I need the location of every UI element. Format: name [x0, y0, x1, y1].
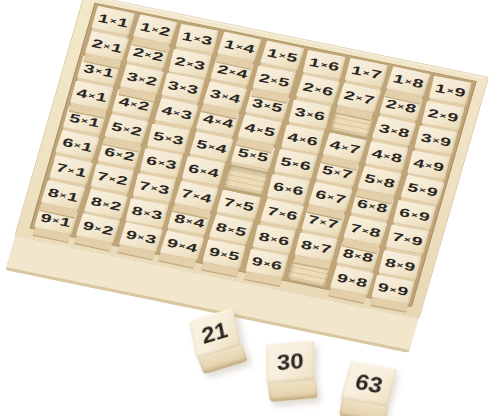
cube-2x7[interactable]: 2×7 — [337, 82, 381, 112]
factor-right: 3 — [180, 108, 194, 122]
cube-3x8[interactable]: 3×8 — [372, 116, 416, 146]
factor-right: 9 — [432, 160, 445, 174]
cube-8x6[interactable]: 8×6 — [252, 224, 295, 253]
cube-7x9[interactable]: 7×9 — [386, 224, 429, 253]
factor-right: 8 — [389, 151, 403, 165]
factor-right: 7 — [369, 68, 383, 82]
cube-4x4[interactable]: 4×4 — [196, 106, 240, 136]
cube-2x1[interactable]: 2×1 — [85, 31, 129, 61]
factor-right: 9 — [417, 210, 430, 224]
cube-3x9[interactable]: 3×9 — [414, 126, 457, 155]
cube-6x3[interactable]: 6×3 — [140, 148, 183, 177]
factor-right: 4 — [185, 241, 199, 255]
factor-right: 4 — [221, 117, 235, 131]
cube-4x3[interactable]: 4×3 — [155, 98, 199, 128]
factor-right: 9 — [425, 185, 439, 199]
factor-right: 3 — [150, 208, 163, 222]
factor-right: 2 — [109, 199, 123, 213]
cube-6x4[interactable]: 6×4 — [182, 156, 225, 186]
multiply-sign: × — [396, 261, 404, 269]
cube-3x2[interactable]: 3×2 — [120, 64, 164, 94]
loose-cube-63[interactable]: 63 — [339, 358, 396, 416]
cube-9x2[interactable]: 9×2 — [76, 213, 120, 243]
cube-4x1[interactable]: 4×1 — [70, 81, 113, 110]
multiply-sign: × — [311, 243, 320, 251]
cube-5x6[interactable]: 5×6 — [274, 149, 317, 179]
cube-3x4[interactable]: 3×4 — [203, 81, 247, 111]
cube-top-face: 30 — [266, 340, 314, 384]
cube-3x6[interactable]: 3×6 — [288, 100, 331, 129]
factor-right: 9 — [453, 86, 466, 100]
cube-1x9[interactable]: 1×9 — [429, 76, 472, 105]
multiply-sign: × — [277, 210, 286, 218]
multiply-sign: × — [410, 211, 418, 219]
factor-right: 3 — [172, 133, 185, 147]
scene: 1×11×21×31×41×51×61×71×81×92×12×22×32×42… — [0, 0, 500, 416]
cube-3x5[interactable]: 3×5 — [246, 90, 290, 120]
cube-answer-label: 21 — [199, 317, 230, 350]
cube-1x7[interactable]: 1×7 — [344, 58, 387, 87]
cube-2x6[interactable]: 2×6 — [296, 74, 340, 104]
factor-right: 3 — [157, 183, 170, 197]
loose-cube-30[interactable]: 30 — [264, 338, 317, 402]
factor-right: 5 — [227, 250, 241, 264]
cube-9x8[interactable]: 9×8 — [330, 266, 374, 296]
factor-right: 4 — [235, 67, 249, 81]
factor-right: 2 — [145, 75, 159, 89]
factor-right: 6 — [269, 259, 282, 273]
factor-right: 5 — [256, 150, 270, 164]
cube-9x3[interactable]: 9×3 — [119, 222, 163, 252]
cube-1x5[interactable]: 1×5 — [261, 41, 305, 71]
cube-4x8[interactable]: 4×8 — [365, 141, 408, 170]
factor-right: 1 — [102, 66, 116, 80]
cube-7x6[interactable]: 7×6 — [260, 199, 304, 229]
cube-5x3[interactable]: 5×3 — [147, 123, 190, 152]
multiply-sign: × — [319, 61, 327, 69]
cube-6x8[interactable]: 6×8 — [350, 191, 394, 221]
factor-right: 5 — [241, 200, 255, 214]
cube-2x9[interactable]: 2×9 — [422, 101, 465, 130]
cube-9x6[interactable]: 9×6 — [245, 249, 288, 278]
factor-right: 6 — [305, 134, 318, 148]
factor-right: 9 — [403, 260, 416, 274]
multiply-sign: × — [305, 111, 313, 119]
cube-4x6[interactable]: 4×6 — [281, 125, 324, 154]
cube-1x1[interactable]: 1×1 — [91, 6, 135, 36]
factor-right: 1 — [59, 215, 73, 229]
cube-1x4[interactable]: 1×4 — [217, 32, 261, 62]
cube-7x1[interactable]: 7×1 — [49, 155, 93, 185]
multiply-sign: × — [446, 87, 454, 95]
cube-4x5[interactable]: 4×5 — [238, 115, 282, 145]
factor-right: 3 — [186, 83, 200, 97]
empty-slot-6x5[interactable] — [224, 165, 268, 195]
cube-5x8[interactable]: 5×8 — [357, 166, 401, 196]
multiplication-board: 1×11×21×31×41×51×61×71×81×92×12×22×32×42… — [14, 0, 488, 319]
cube-8x7[interactable]: 8×7 — [294, 232, 337, 262]
cube-1x2[interactable]: 1×2 — [133, 14, 177, 44]
cube-4x7[interactable]: 4×7 — [322, 132, 366, 162]
factor-right: 1 — [66, 190, 80, 204]
factor-right: 7 — [319, 242, 333, 256]
factor-right: 4 — [207, 166, 221, 180]
factor-right: 8 — [375, 201, 389, 215]
factor-right: 6 — [291, 184, 304, 198]
cube-front-face — [268, 380, 318, 402]
cube-6x2[interactable]: 6×2 — [98, 139, 142, 169]
factor-right: 1 — [80, 140, 94, 154]
factor-right: 2 — [122, 149, 136, 163]
cube-9x1[interactable]: 9×1 — [34, 205, 78, 235]
factor-right: 8 — [361, 251, 375, 265]
factor-right: 2 — [129, 124, 143, 138]
factor-right: 1 — [87, 115, 101, 129]
factor-right: 6 — [298, 159, 312, 173]
factor-right: 4 — [214, 142, 228, 156]
multiply-sign: × — [439, 112, 447, 120]
factor-right: 1 — [74, 166, 88, 180]
cube-7x7[interactable]: 7×7 — [301, 207, 345, 237]
cube-3x1[interactable]: 3×1 — [77, 56, 121, 86]
multiply-sign: × — [262, 260, 270, 268]
cube-7x2[interactable]: 7×2 — [91, 164, 134, 193]
factor-right: 5 — [270, 100, 284, 114]
cube-5x2[interactable]: 5×2 — [105, 114, 149, 144]
multiply-sign: × — [284, 185, 292, 193]
factor-right: 9 — [410, 234, 424, 248]
factor-right: 5 — [263, 125, 277, 139]
multiply-sign: × — [291, 160, 300, 168]
factor-right: 5 — [277, 75, 291, 89]
cube-9x5[interactable]: 9×5 — [203, 240, 246, 270]
factor-right: 5 — [234, 225, 248, 239]
cube-9x4[interactable]: 9×4 — [160, 231, 204, 261]
factor-right: 3 — [193, 59, 206, 73]
factor-right: 7 — [340, 167, 354, 181]
factor-right: 5 — [285, 51, 299, 65]
factor-right: 9 — [439, 135, 452, 149]
cube-7x4[interactable]: 7×4 — [175, 181, 219, 211]
factor-right: 4 — [192, 216, 206, 230]
multiply-sign: × — [313, 85, 322, 93]
multiply-sign: × — [431, 137, 439, 145]
multiply-sign: × — [382, 152, 391, 160]
multiply-sign: × — [298, 136, 306, 144]
cube-answer-label: 30 — [277, 348, 304, 376]
factor-right: 8 — [404, 101, 418, 115]
factor-right: 9 — [396, 285, 409, 299]
cube-answer-label: 63 — [352, 369, 385, 399]
factor-right: 1 — [116, 16, 130, 30]
cube-8x9[interactable]: 8×9 — [379, 250, 422, 279]
factor-right: 6 — [327, 60, 340, 74]
factor-right: 3 — [164, 158, 177, 172]
factor-right: 2 — [115, 174, 129, 188]
cube-9x9[interactable]: 9×9 — [371, 275, 414, 304]
cube-2x5[interactable]: 2×5 — [253, 65, 296, 95]
empty-slot-9x7[interactable] — [287, 257, 331, 287]
board-grid: 1×11×21×31×41×51×61×71×81×92×12×22×32×42… — [30, 3, 477, 307]
cube-1x3[interactable]: 1×3 — [176, 24, 219, 53]
factor-right: 2 — [158, 25, 172, 39]
cube-3x3[interactable]: 3×3 — [162, 73, 205, 103]
multiply-sign: × — [269, 235, 277, 243]
factor-right: 4 — [228, 92, 242, 106]
cube-7x3[interactable]: 7×3 — [133, 173, 176, 202]
factor-right: 3 — [200, 34, 213, 48]
factor-right: 3 — [144, 233, 158, 247]
cube-1x8[interactable]: 1×8 — [386, 66, 430, 96]
factor-right: 1 — [95, 91, 109, 105]
cube-4x2[interactable]: 4×2 — [112, 89, 156, 119]
factor-right: 2 — [151, 49, 165, 63]
multiply-sign: × — [424, 162, 432, 170]
factor-right: 7 — [326, 217, 340, 231]
factor-right: 4 — [242, 42, 256, 56]
factor-right: 1 — [110, 41, 124, 55]
cube-7x8[interactable]: 7×8 — [343, 216, 387, 246]
factor-right: 2 — [101, 224, 115, 238]
factor-right: 6 — [277, 234, 290, 248]
loose-cube-21[interactable]: 21 — [187, 307, 248, 375]
factor-right: 2 — [137, 99, 151, 113]
factor-right: 6 — [312, 109, 325, 123]
factor-right: 9 — [446, 110, 459, 124]
factor-right: 4 — [199, 191, 213, 205]
cube-7x5[interactable]: 7×5 — [217, 190, 261, 220]
multiply-sign: × — [388, 286, 396, 294]
cube-6x7[interactable]: 6×7 — [308, 182, 352, 212]
cube-8x1[interactable]: 8×1 — [41, 180, 85, 210]
cube-5x9[interactable]: 5×9 — [401, 175, 445, 205]
board-tray: 1×11×21×31×41×51×61×71×81×92×12×22×32×42… — [14, 0, 488, 319]
multiply-sign: × — [362, 69, 371, 77]
cube-5x5[interactable]: 5×5 — [231, 140, 275, 170]
